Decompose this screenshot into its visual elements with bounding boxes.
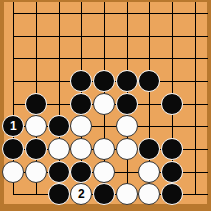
black-stone: [161, 138, 183, 160]
white-stone: [2, 161, 24, 183]
black-stone: [2, 138, 24, 160]
board-frame: 12: [0, 0, 211, 211]
black-stone: [138, 138, 160, 160]
black-stone: [161, 161, 183, 183]
black-stone: [48, 161, 70, 183]
white-stone: [116, 183, 138, 205]
grid-line-horizontal: [13, 13, 208, 14]
white-stone: [116, 115, 138, 137]
black-stone: [48, 115, 70, 137]
grid-line-vertical: [195, 2, 196, 195]
white-stone: [48, 138, 70, 160]
black-stone: [25, 138, 47, 160]
black-stone: [161, 93, 183, 115]
black-stone: [116, 93, 138, 115]
black-stone: [161, 183, 183, 205]
white-stone: [25, 115, 47, 137]
white-stone: [138, 161, 160, 183]
move-number-label: 2: [78, 188, 85, 200]
grid-line-horizontal: [13, 58, 208, 59]
move-number-label: 1: [10, 120, 17, 132]
white-stone: [93, 161, 115, 183]
go-diagram-screenshot: 12: [0, 0, 211, 211]
black-stone: [93, 183, 115, 205]
black-stone: [25, 93, 47, 115]
black-stone: [70, 70, 92, 92]
white-stone: [93, 93, 115, 115]
go-board[interactable]: 12: [4, 2, 207, 204]
white-stone: [70, 115, 92, 137]
black-stone: [70, 93, 92, 115]
white-stone: [116, 138, 138, 160]
white-stone: [70, 138, 92, 160]
grid-line-horizontal: [13, 36, 208, 37]
black-stone: [116, 70, 138, 92]
white-stone: [138, 183, 160, 205]
white-stone: [25, 161, 47, 183]
black-stone-numbered: 1: [2, 115, 24, 137]
white-stone: [93, 138, 115, 160]
white-stone-numbered: 2: [70, 183, 92, 205]
black-stone: [138, 70, 160, 92]
black-stone: [70, 161, 92, 183]
black-stone: [48, 183, 70, 205]
black-stone: [93, 70, 115, 92]
